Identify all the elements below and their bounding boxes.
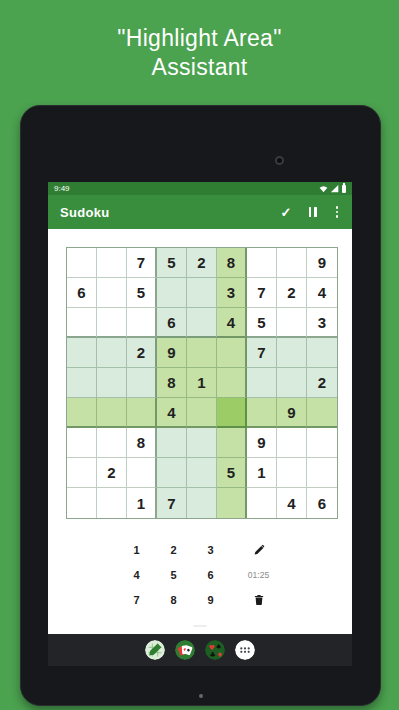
key-5[interactable]: 5 xyxy=(155,562,192,587)
cell-r4c6[interactable] xyxy=(217,338,247,368)
cell-r6c1[interactable] xyxy=(67,398,97,428)
cell-r3c9[interactable]: 3 xyxy=(307,308,337,338)
cell-r8c4[interactable] xyxy=(157,458,187,488)
cell-r4c8[interactable] xyxy=(277,338,307,368)
cell-r8c8[interactable] xyxy=(277,458,307,488)
cell-r5c5[interactable]: 1 xyxy=(187,368,217,398)
page-title-line2: Assistant xyxy=(0,53,399,82)
page-title-line1: "Highlight Area" xyxy=(0,24,399,53)
trash-icon[interactable] xyxy=(229,587,288,612)
cell-r7c5[interactable] xyxy=(187,428,217,458)
cell-r9c9[interactable]: 6 xyxy=(307,488,337,518)
wifi-icon xyxy=(319,184,328,193)
cell-r7c4[interactable] xyxy=(157,428,187,458)
tablet-screen: 9:49 Sudoku ✓ 75289653724645329781249 xyxy=(48,182,352,666)
app-drawer-icon[interactable] xyxy=(235,640,255,660)
cell-r7c7[interactable]: 9 xyxy=(247,428,277,458)
cell-r3c5[interactable] xyxy=(187,308,217,338)
sudoku-board[interactable]: 75289653724645329781249892511746 xyxy=(66,247,338,519)
cell-r1c1[interactable] xyxy=(67,248,97,278)
svg-text:♣: ♣ xyxy=(210,651,216,659)
cell-r3c1[interactable] xyxy=(67,308,97,338)
cell-r9c5[interactable] xyxy=(187,488,217,518)
cell-r6c6[interactable] xyxy=(217,398,247,428)
cell-r6c4[interactable]: 4 xyxy=(157,398,187,428)
cell-r4c9[interactable] xyxy=(307,338,337,368)
cell-r2c8[interactable]: 2 xyxy=(277,278,307,308)
cell-r2c5[interactable] xyxy=(187,278,217,308)
status-bar: 9:49 xyxy=(48,182,352,195)
status-time: 9:49 xyxy=(54,184,70,193)
card-suits-app-icon[interactable]: ♥ ♠ ♣ ♦ xyxy=(205,640,225,660)
pencil-icon[interactable] xyxy=(229,537,288,562)
key-6[interactable]: 6 xyxy=(192,562,229,587)
key-2[interactable]: 2 xyxy=(155,537,192,562)
cell-r5c8[interactable] xyxy=(277,368,307,398)
pause-icon[interactable] xyxy=(309,207,317,217)
cell-r5c9[interactable]: 2 xyxy=(307,368,337,398)
cell-r5c1[interactable] xyxy=(67,368,97,398)
cell-r5c6[interactable] xyxy=(217,368,247,398)
cell-r3c2[interactable] xyxy=(97,308,127,338)
cell-r9c2[interactable] xyxy=(97,488,127,518)
cell-r3c4[interactable]: 6 xyxy=(157,308,187,338)
cell-r6c5[interactable] xyxy=(187,398,217,428)
cell-r3c8[interactable] xyxy=(277,308,307,338)
cell-r2c6[interactable]: 3 xyxy=(217,278,247,308)
cell-r2c2[interactable] xyxy=(97,278,127,308)
tablet-frame: 9:49 Sudoku ✓ 75289653724645329781249 xyxy=(20,105,381,706)
cell-r4c4[interactable]: 9 xyxy=(157,338,187,368)
home-indicator xyxy=(199,694,203,698)
cell-r1c2[interactable] xyxy=(97,248,127,278)
cell-r9c8[interactable]: 4 xyxy=(277,488,307,518)
cell-r1c6[interactable]: 8 xyxy=(217,248,247,278)
cell-r6c3[interactable] xyxy=(127,398,157,428)
cell-r7c2[interactable] xyxy=(97,428,127,458)
cell-r9c6[interactable] xyxy=(217,488,247,518)
cell-r7c3[interactable]: 8 xyxy=(127,428,157,458)
cell-r6c9[interactable] xyxy=(307,398,337,428)
cell-r2c7[interactable]: 7 xyxy=(247,278,277,308)
cell-r2c3[interactable]: 5 xyxy=(127,278,157,308)
cell-r9c4[interactable]: 7 xyxy=(157,488,187,518)
cell-r9c7[interactable] xyxy=(247,488,277,518)
cell-r1c4[interactable]: 5 xyxy=(157,248,187,278)
cell-r4c2[interactable] xyxy=(97,338,127,368)
cell-r8c5[interactable] xyxy=(187,458,217,488)
cell-r4c7[interactable]: 7 xyxy=(247,338,277,368)
front-camera xyxy=(275,156,284,165)
key-7[interactable]: 7 xyxy=(118,587,155,612)
cell-r7c8[interactable] xyxy=(277,428,307,458)
cell-r5c3[interactable] xyxy=(127,368,157,398)
cell-r3c7[interactable]: 5 xyxy=(247,308,277,338)
cell-r5c2[interactable] xyxy=(97,368,127,398)
cell-r2c9[interactable]: 4 xyxy=(307,278,337,308)
cell-r6c8[interactable]: 9 xyxy=(277,398,307,428)
cell-r3c6[interactable]: 4 xyxy=(217,308,247,338)
cell-r9c3[interactable]: 1 xyxy=(127,488,157,518)
cell-r1c8[interactable] xyxy=(277,248,307,278)
cell-r1c5[interactable]: 2 xyxy=(187,248,217,278)
key-3[interactable]: 3 xyxy=(192,537,229,562)
check-icon[interactable]: ✓ xyxy=(281,206,292,219)
number-pad: 1 2 3 4 5 6 01:25 7 8 9 xyxy=(118,537,288,612)
game-timer: 01:25 xyxy=(229,562,288,587)
cell-r8c2[interactable]: 2 xyxy=(97,458,127,488)
cell-r7c9[interactable] xyxy=(307,428,337,458)
scroll-hint xyxy=(193,625,207,627)
launcher-dock: ♥ ♠ ♣ ♦ xyxy=(48,634,352,666)
cell-r5c4[interactable]: 8 xyxy=(157,368,187,398)
game-content: 75289653724645329781249892511746 1 2 3 4… xyxy=(48,229,352,634)
overflow-menu-icon[interactable] xyxy=(334,206,341,218)
battery-icon xyxy=(342,185,347,193)
cell-r1c7[interactable] xyxy=(247,248,277,278)
cell-r2c4[interactable] xyxy=(157,278,187,308)
cell-r3c3[interactable] xyxy=(127,308,157,338)
svg-text:♦: ♦ xyxy=(217,651,223,659)
cell-r4c5[interactable] xyxy=(187,338,217,368)
cell-r9c1[interactable] xyxy=(67,488,97,518)
cell-r4c1[interactable] xyxy=(67,338,97,368)
cell-r8c7[interactable]: 1 xyxy=(247,458,277,488)
cell-r8c9[interactable] xyxy=(307,458,337,488)
page-title: "Highlight Area" Assistant xyxy=(0,24,399,82)
cell-r2c1[interactable]: 6 xyxy=(67,278,97,308)
cell-r1c9[interactable]: 9 xyxy=(307,248,337,278)
cell-r8c6[interactable]: 5 xyxy=(217,458,247,488)
key-1[interactable]: 1 xyxy=(118,537,155,562)
key-4[interactable]: 4 xyxy=(118,562,155,587)
sudoku-app-icon[interactable] xyxy=(145,640,165,660)
cell-r7c1[interactable] xyxy=(67,428,97,458)
cell-r8c3[interactable] xyxy=(127,458,157,488)
app-title: Sudoku xyxy=(60,205,109,220)
cell-r6c2[interactable] xyxy=(97,398,127,428)
cell-r6c7[interactable] xyxy=(247,398,277,428)
cell-r5c7[interactable] xyxy=(247,368,277,398)
cell-r8c1[interactable] xyxy=(67,458,97,488)
key-8[interactable]: 8 xyxy=(155,587,192,612)
solitaire-app-icon[interactable] xyxy=(175,640,195,660)
cell-signal-icon xyxy=(330,184,339,193)
cell-r1c3[interactable]: 7 xyxy=(127,248,157,278)
key-9[interactable]: 9 xyxy=(192,587,229,612)
app-bar: Sudoku ✓ xyxy=(48,195,352,229)
cell-r7c6[interactable] xyxy=(217,428,247,458)
cell-r4c3[interactable]: 2 xyxy=(127,338,157,368)
